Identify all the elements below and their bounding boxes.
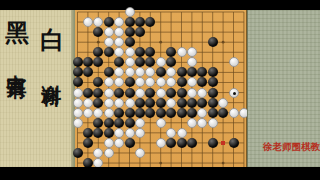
stone-black [114,88,124,98]
stone-black [177,67,187,77]
stone-black [166,108,176,118]
stone-black [125,17,135,27]
hoshi-point [222,41,225,44]
stone-white [156,138,166,148]
stone-white [104,88,114,98]
stone-white [114,98,124,108]
stone-black [73,57,83,67]
stone-white [104,98,114,108]
stone-black [104,118,114,128]
stone-white [218,98,228,108]
stone-black [177,88,187,98]
stone-white [135,88,145,98]
stone-black [229,138,239,148]
stone-black [135,108,145,118]
stone-black [135,27,145,37]
stone-white [93,108,103,118]
players-panel: 黑 白 申真谞 谢科 [0,10,75,167]
stone-white [135,118,145,128]
stone-black [208,88,218,98]
stone-black [73,148,83,158]
stone-white [166,98,176,108]
red-marker [221,141,225,145]
stone-black [208,37,218,47]
stone-black [177,77,187,87]
hoshi-point [159,162,162,165]
stone-black [177,138,187,148]
stone-white [114,138,124,148]
stone-white [177,47,187,57]
stone-white [135,148,145,158]
stone-black [145,108,155,118]
stone-black [125,108,135,118]
stone-black [125,37,135,47]
stone-black [208,108,218,118]
stone-black [125,138,135,148]
stone-black [125,27,135,37]
stone-white [166,128,176,138]
stone-black [83,88,93,98]
stone-black [93,98,103,108]
stone-white [125,7,135,17]
stone-black [166,138,176,148]
stone-black [104,128,114,138]
stone-white [104,27,114,37]
hoshi-point [97,41,100,44]
stone-white [104,37,114,47]
stone-white [83,17,93,27]
frame-content: 黑 白 申真谞 谢科 徐老师围棋教室 [0,10,320,167]
stone-black [208,98,218,108]
stone-white [73,118,83,128]
stone-white [73,98,83,108]
stone-white [125,57,135,67]
stone-white [125,128,135,138]
stone-black [177,108,187,118]
stone-white [208,118,218,128]
stone-black [83,138,93,148]
last-move-marker [233,92,236,95]
stone-white [156,118,166,128]
stone-white [135,128,145,138]
go-board [75,10,247,167]
stone-white [73,108,83,118]
stone-white [229,88,239,98]
stone-white [83,108,93,118]
stone-white [197,108,207,118]
stone-black [177,98,187,108]
stone-white [73,88,83,98]
stone-white [125,98,135,108]
stone-black [187,108,197,118]
hoshi-point [222,162,225,165]
stone-black [156,98,166,108]
stone-black [208,138,218,148]
stone-black [73,77,83,87]
stone-white [104,108,114,118]
stone-black [125,77,135,87]
black-label: 黑 [5,21,29,45]
stone-white [229,57,239,67]
stone-white [104,138,114,148]
stone-white [125,47,135,57]
stone-black [114,118,124,128]
stone-black [104,17,114,27]
stone-white [114,128,124,138]
stone-white [187,88,197,98]
stone-black [73,67,83,77]
stone-black [104,47,114,57]
stone-black [114,108,124,118]
stone-white [104,148,114,158]
stone-white [197,88,207,98]
stone-black [135,98,145,108]
stone-white [156,88,166,98]
stone-black [145,98,155,108]
stone-black [83,128,93,138]
watermark-text: 徐老师围棋教室 [263,141,320,154]
stone-black [218,108,228,118]
stone-black [197,98,207,108]
stone-black [93,88,103,98]
black-player-name: 申真谞 [7,59,27,65]
stone-black [166,88,176,98]
stone-black [125,88,135,98]
stone-black [187,98,197,108]
stone-white [187,118,197,128]
right-tatami-panel: 徐老师围棋教室 [247,10,320,167]
stone-white [125,67,135,77]
stone-white [83,98,93,108]
stone-white [229,108,239,118]
stone-black [156,108,166,118]
letterbox-bottom [0,167,320,180]
stone-black [145,88,155,98]
video-frame: 黑 白 申真谞 谢科 徐老师围棋教室 [0,0,320,180]
letterbox-top [0,0,320,10]
hoshi-point [159,41,162,44]
stone-black [135,17,145,27]
stone-white [156,57,166,67]
stone-black [187,138,197,148]
white-player-name: 谢科 [42,69,62,73]
stone-black [125,118,135,128]
stone-white [177,128,187,138]
white-label: 白 [40,28,64,52]
